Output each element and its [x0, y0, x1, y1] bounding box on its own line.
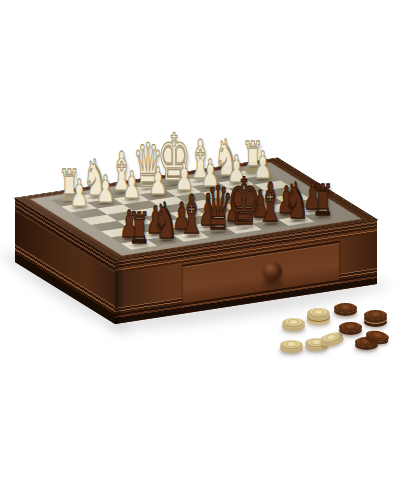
checker-disc-light — [307, 308, 330, 318]
checker-disc-dark — [339, 322, 362, 332]
checker-disc-light — [280, 340, 303, 350]
checker-disc-light — [282, 318, 305, 328]
knob-shadow — [262, 280, 284, 287]
checker-disc-dark — [334, 303, 357, 313]
drawer-knob — [263, 262, 282, 280]
checker-disc-dark — [364, 310, 387, 320]
chess-box-scene: ♜♞♝♛♚♝♞♜♟♟♟♟♟♟♟♟♟♟♟♟♟♟♟♟♜♞♝♛♚♝♞♜ — [0, 0, 410, 500]
